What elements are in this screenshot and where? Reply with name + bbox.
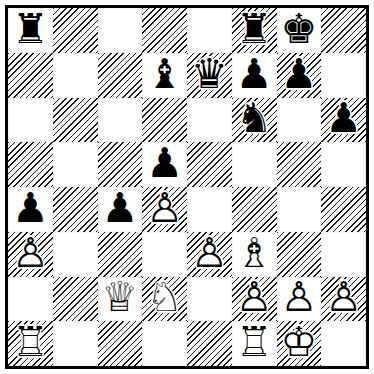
black-pawn-halo: ♟	[142, 141, 187, 186]
black-pawn: ♟	[142, 141, 187, 186]
square-g6	[277, 98, 322, 143]
black-pawn: ♟	[232, 52, 277, 97]
white-pawn-halo: ♟	[8, 231, 53, 276]
square-b3	[53, 232, 98, 277]
square-e4	[187, 187, 232, 232]
square-d7: ♝♝	[142, 53, 187, 98]
square-h2: ♟♙	[321, 277, 366, 322]
square-d2: ♞♘	[142, 277, 187, 322]
square-d5: ♟♟	[142, 142, 187, 187]
square-e3: ♟♙	[187, 232, 232, 277]
white-pawn: ♙	[277, 276, 322, 321]
square-e1	[187, 321, 232, 366]
black-rook-halo: ♜	[8, 7, 53, 52]
white-pawn: ♙	[187, 231, 232, 276]
square-f6: ♞♞	[232, 98, 277, 143]
square-h3	[321, 232, 366, 277]
square-c3	[98, 232, 143, 277]
black-pawn-halo: ♟	[98, 186, 143, 231]
square-a1: ♜♖	[8, 321, 53, 366]
white-rook-halo: ♜	[8, 320, 53, 365]
square-b4	[53, 187, 98, 232]
black-pawn-halo: ♟	[277, 52, 322, 97]
square-g5	[277, 142, 322, 187]
square-b5	[53, 142, 98, 187]
square-h4	[321, 187, 366, 232]
square-g8: ♚♚	[277, 8, 322, 53]
square-d1	[142, 321, 187, 366]
square-b7	[53, 53, 98, 98]
white-knight-halo: ♞	[142, 276, 187, 321]
square-f5	[232, 142, 277, 187]
square-f4	[232, 187, 277, 232]
white-pawn-halo: ♟	[321, 276, 366, 321]
square-h8	[321, 8, 366, 53]
square-d8	[142, 8, 187, 53]
white-pawn: ♙	[8, 231, 53, 276]
chess-board: ♜♜♜♜♚♚♝♝♛♛♟♟♟♟♞♞♟♟♟♟♟♟♟♟♟♙♟♙♟♙♝♗♛♕♞♘♟♙♟♙…	[8, 8, 366, 366]
square-c4: ♟♟	[98, 187, 143, 232]
square-f3: ♝♗	[232, 232, 277, 277]
black-pawn-halo: ♟	[8, 186, 53, 231]
white-pawn: ♙	[232, 276, 277, 321]
square-f1: ♜♖	[232, 321, 277, 366]
black-knight-halo: ♞	[232, 97, 277, 142]
square-g2: ♟♙	[277, 277, 322, 322]
black-bishop: ♝	[142, 52, 187, 97]
square-a4: ♟♟	[8, 187, 53, 232]
black-rook-halo: ♜	[232, 7, 277, 52]
square-d6	[142, 98, 187, 143]
square-c7	[98, 53, 143, 98]
square-a3: ♟♙	[8, 232, 53, 277]
white-bishop: ♗	[232, 231, 277, 276]
black-pawn: ♟	[277, 52, 322, 97]
square-e2	[187, 277, 232, 322]
square-a5	[8, 142, 53, 187]
black-bishop-halo: ♝	[142, 52, 187, 97]
white-king: ♔	[277, 320, 322, 365]
white-pawn-halo: ♟	[187, 231, 232, 276]
square-c6	[98, 98, 143, 143]
square-b8	[53, 8, 98, 53]
black-pawn-halo: ♟	[321, 97, 366, 142]
black-knight: ♞	[232, 97, 277, 142]
chess-diagram: ♜♜♜♜♚♚♝♝♛♛♟♟♟♟♞♞♟♟♟♟♟♟♟♟♟♙♟♙♟♙♝♗♛♕♞♘♟♙♟♙…	[0, 0, 374, 374]
black-pawn: ♟	[98, 186, 143, 231]
square-e6	[187, 98, 232, 143]
square-b2	[53, 277, 98, 322]
square-b6	[53, 98, 98, 143]
black-pawn: ♟	[321, 97, 366, 142]
white-pawn-halo: ♟	[277, 276, 322, 321]
square-b1	[53, 321, 98, 366]
white-king-halo: ♚	[277, 320, 322, 365]
square-e8	[187, 8, 232, 53]
square-f8: ♜♜	[232, 8, 277, 53]
black-rook: ♜	[8, 7, 53, 52]
square-g3	[277, 232, 322, 277]
square-c1	[98, 321, 143, 366]
square-c5	[98, 142, 143, 187]
square-e5	[187, 142, 232, 187]
square-c8	[98, 8, 143, 53]
black-queen-halo: ♛	[187, 52, 232, 97]
white-rook: ♖	[8, 320, 53, 365]
black-pawn-halo: ♟	[232, 52, 277, 97]
square-g7: ♟♟	[277, 53, 322, 98]
square-d4: ♟♙	[142, 187, 187, 232]
square-f7: ♟♟	[232, 53, 277, 98]
white-rook: ♖	[232, 320, 277, 365]
white-pawn-halo: ♟	[232, 276, 277, 321]
square-c2: ♛♕	[98, 277, 143, 322]
white-queen: ♕	[98, 276, 143, 321]
square-a6	[8, 98, 53, 143]
white-pawn: ♙	[142, 186, 187, 231]
white-pawn: ♙	[321, 276, 366, 321]
black-pawn: ♟	[8, 186, 53, 231]
square-a7	[8, 53, 53, 98]
black-queen: ♛	[187, 52, 232, 97]
square-a2	[8, 277, 53, 322]
white-bishop-halo: ♝	[232, 231, 277, 276]
square-g1: ♚♔	[277, 321, 322, 366]
square-d3	[142, 232, 187, 277]
square-h7	[321, 53, 366, 98]
square-h5	[321, 142, 366, 187]
white-rook-halo: ♜	[232, 320, 277, 365]
square-h1	[321, 321, 366, 366]
square-h6: ♟♟	[321, 98, 366, 143]
board-frame: ♜♜♜♜♚♚♝♝♛♛♟♟♟♟♞♞♟♟♟♟♟♟♟♟♟♙♟♙♟♙♝♗♛♕♞♘♟♙♟♙…	[5, 5, 369, 369]
square-a8: ♜♜	[8, 8, 53, 53]
square-e7: ♛♛	[187, 53, 232, 98]
square-g4	[277, 187, 322, 232]
white-knight: ♘	[142, 276, 187, 321]
white-queen-halo: ♛	[98, 276, 143, 321]
black-king-halo: ♚	[277, 7, 322, 52]
black-rook: ♜	[232, 7, 277, 52]
square-f2: ♟♙	[232, 277, 277, 322]
black-king: ♚	[277, 7, 322, 52]
white-pawn-halo: ♟	[142, 186, 187, 231]
